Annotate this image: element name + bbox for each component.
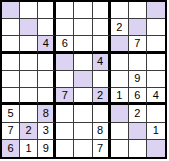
cell-r6c9[interactable]: 4 — [147, 88, 165, 105]
cell-r4c6[interactable]: 4 — [93, 54, 111, 71]
cell-r9c6[interactable]: 7 — [93, 140, 111, 157]
given-digit: 2 — [134, 108, 140, 119]
cell-r6c8[interactable]: 6 — [129, 88, 147, 105]
cell-r2c3[interactable] — [38, 19, 56, 36]
cell-r5c5[interactable] — [74, 71, 92, 88]
cell-r3c8[interactable]: 7 — [129, 36, 147, 53]
cell-r6c6[interactable]: 2 — [93, 88, 111, 105]
cell-r5c9[interactable] — [147, 71, 165, 88]
cell-r1c9[interactable] — [147, 2, 165, 19]
cell-r4c3[interactable] — [38, 54, 56, 71]
cell-r9c5[interactable] — [74, 140, 92, 157]
given-digit: 1 — [153, 125, 159, 136]
cell-r7c4[interactable] — [56, 105, 74, 122]
given-digit: 8 — [97, 125, 103, 136]
cell-r5c2[interactable] — [20, 71, 38, 88]
cell-r2c6[interactable] — [93, 19, 111, 36]
cell-r3c3[interactable]: 4 — [38, 36, 56, 53]
cell-r2c5[interactable] — [74, 19, 92, 36]
cell-r8c9[interactable]: 1 — [147, 123, 165, 140]
sudoku-board: 24674972164582723816197 — [0, 0, 167, 159]
cell-r9c4[interactable] — [56, 140, 74, 157]
cell-r7c9[interactable] — [147, 105, 165, 122]
cell-r5c1[interactable] — [2, 71, 20, 88]
given-digit: 6 — [62, 38, 68, 49]
cell-r1c3[interactable] — [38, 2, 56, 19]
cell-r4c2[interactable] — [20, 54, 38, 71]
cell-r8c6[interactable]: 8 — [93, 123, 111, 140]
given-digit: 4 — [97, 56, 103, 67]
given-digit: 1 — [26, 143, 32, 154]
given-digit: 1 — [116, 90, 122, 101]
given-digit: 2 — [97, 90, 103, 101]
given-digit: 5 — [7, 108, 13, 119]
cell-r3c5[interactable] — [74, 36, 92, 53]
cell-r1c8[interactable] — [129, 2, 147, 19]
cell-r4c1[interactable] — [2, 54, 20, 71]
cell-r1c7[interactable] — [111, 2, 129, 19]
cell-r9c1[interactable]: 6 — [2, 140, 20, 157]
cell-r8c7[interactable] — [111, 123, 129, 140]
cell-r9c8[interactable] — [129, 140, 147, 157]
cell-r6c1[interactable] — [2, 88, 20, 105]
cell-r3c1[interactable] — [2, 36, 20, 53]
given-digit: 6 — [7, 143, 13, 154]
given-digit: 3 — [43, 125, 49, 136]
cell-r8c8[interactable] — [129, 123, 147, 140]
cell-r2c8[interactable] — [129, 19, 147, 36]
cell-r8c4[interactable] — [56, 123, 74, 140]
cell-r7c8[interactable]: 2 — [129, 105, 147, 122]
cell-r2c4[interactable] — [56, 19, 74, 36]
cell-r8c5[interactable] — [74, 123, 92, 140]
cell-r4c9[interactable] — [147, 54, 165, 71]
given-digit: 7 — [134, 38, 140, 49]
cell-r6c5[interactable] — [74, 88, 92, 105]
cell-r4c7[interactable] — [111, 54, 129, 71]
cell-r2c1[interactable] — [2, 19, 20, 36]
cell-r4c8[interactable] — [129, 54, 147, 71]
cell-r5c3[interactable] — [38, 71, 56, 88]
cell-r6c2[interactable] — [20, 88, 38, 105]
cell-r7c7[interactable] — [111, 105, 129, 122]
cell-r5c7[interactable] — [111, 71, 129, 88]
cell-r9c9[interactable] — [147, 140, 165, 157]
cell-r8c3[interactable]: 3 — [38, 123, 56, 140]
cell-r6c3[interactable] — [38, 88, 56, 105]
given-digit: 7 — [62, 90, 68, 101]
given-digit: 4 — [153, 90, 159, 101]
cell-r1c2[interactable] — [20, 2, 38, 19]
cell-r6c4[interactable]: 7 — [56, 88, 74, 105]
cell-r7c3[interactable]: 8 — [38, 105, 56, 122]
given-digit: 2 — [116, 22, 122, 33]
cell-r3c9[interactable] — [147, 36, 165, 53]
cell-r7c2[interactable] — [20, 105, 38, 122]
cell-r3c2[interactable] — [20, 36, 38, 53]
cell-r9c3[interactable]: 9 — [38, 140, 56, 157]
cell-r7c6[interactable] — [93, 105, 111, 122]
given-digit: 6 — [134, 90, 140, 101]
cell-r8c1[interactable]: 7 — [2, 123, 20, 140]
given-digit: 7 — [7, 125, 13, 136]
cell-r3c6[interactable] — [93, 36, 111, 53]
cell-r5c4[interactable] — [56, 71, 74, 88]
sudoku-app: 24674972164582723816197 — [0, 0, 169, 161]
cell-r2c9[interactable] — [147, 19, 165, 36]
cell-r8c2[interactable]: 2 — [20, 123, 38, 140]
cell-r9c2[interactable]: 1 — [20, 140, 38, 157]
cell-r1c4[interactable] — [56, 2, 74, 19]
cell-r5c6[interactable] — [93, 71, 111, 88]
cell-r4c4[interactable] — [56, 54, 74, 71]
cell-r1c1[interactable] — [2, 2, 20, 19]
cell-r6c7[interactable]: 1 — [111, 88, 129, 105]
cell-r1c6[interactable] — [93, 2, 111, 19]
given-digit: 9 — [43, 143, 49, 154]
given-digit: 4 — [43, 38, 49, 49]
cell-r3c4[interactable]: 6 — [56, 36, 74, 53]
cell-r9c7[interactable] — [111, 140, 129, 157]
cell-r4c5[interactable] — [74, 54, 92, 71]
cell-r3c7[interactable] — [111, 36, 129, 53]
given-digit: 7 — [97, 143, 103, 154]
given-digit: 8 — [43, 108, 49, 119]
cell-r1c5[interactable] — [74, 2, 92, 19]
given-digit: 9 — [134, 73, 140, 84]
cell-r2c7[interactable]: 2 — [111, 19, 129, 36]
cell-r7c1[interactable]: 5 — [2, 105, 20, 122]
cell-r5c8[interactable]: 9 — [129, 71, 147, 88]
cell-r2c2[interactable] — [20, 19, 38, 36]
given-digit: 2 — [26, 125, 32, 136]
cell-r7c5[interactable] — [74, 105, 92, 122]
